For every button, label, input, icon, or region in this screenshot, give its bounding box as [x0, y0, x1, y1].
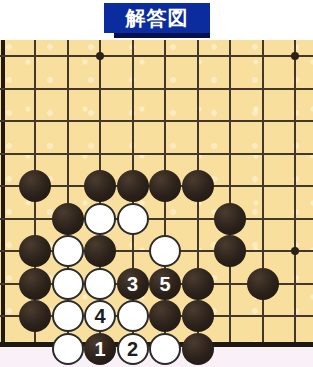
board-intersection: 4 [84, 300, 117, 333]
black-stone: 3 [117, 268, 149, 300]
board-intersection [51, 300, 84, 333]
board-intersection [246, 72, 279, 105]
board-intersection [149, 137, 182, 170]
board-intersection [149, 235, 182, 268]
board-intersection [51, 333, 84, 366]
board-intersection [19, 268, 52, 301]
board-intersection [181, 235, 214, 268]
board-intersection [0, 72, 19, 105]
board-intersection [181, 202, 214, 235]
board-intersection [279, 137, 312, 170]
black-stone: 5 [149, 268, 181, 300]
white-stone [117, 203, 149, 235]
board-intersection [19, 72, 52, 105]
board-intersection [214, 235, 247, 268]
board-intersection [214, 72, 247, 105]
board-intersection [279, 105, 312, 138]
white-stone [52, 235, 84, 267]
board-intersection [246, 202, 279, 235]
board-intersection [116, 72, 149, 105]
board-intersection [19, 235, 52, 268]
black-stone [84, 170, 116, 202]
board-intersection [51, 40, 84, 73]
board-intersection [51, 137, 84, 170]
board-intersection [0, 202, 19, 235]
black-stone [214, 235, 246, 267]
board-intersection [0, 300, 19, 333]
black-stone [214, 203, 246, 235]
black-stone [19, 235, 51, 267]
board-intersection [181, 170, 214, 203]
board-intersection [181, 333, 214, 366]
board-intersection: 2 [116, 333, 149, 366]
board-intersection [181, 268, 214, 301]
board-intersection [19, 40, 52, 73]
board-intersection [149, 72, 182, 105]
board-intersection: 1 [84, 333, 117, 366]
black-stone [182, 268, 214, 300]
board-intersection [246, 105, 279, 138]
board-intersection [84, 40, 117, 73]
white-stone: 2 [117, 333, 149, 365]
black-stone: 1 [84, 333, 116, 365]
black-stone [247, 268, 279, 300]
move-number-label: 3 [127, 274, 138, 294]
board-intersection [116, 300, 149, 333]
board-intersection [19, 137, 52, 170]
hoshi-star-point [291, 247, 299, 255]
board-intersection [0, 137, 19, 170]
board-intersection [51, 72, 84, 105]
board-intersection [84, 72, 117, 105]
white-stone [117, 300, 149, 332]
board-intersection [116, 170, 149, 203]
board-intersection [181, 137, 214, 170]
board-intersection [246, 235, 279, 268]
board-intersection [279, 202, 312, 235]
board-intersection: 3 [116, 268, 149, 301]
board-intersection [149, 40, 182, 73]
board-intersection [279, 268, 312, 301]
board-intersection [116, 40, 149, 73]
board-intersection [246, 170, 279, 203]
board-intersection [51, 268, 84, 301]
board-intersection [116, 105, 149, 138]
board-intersection [19, 105, 52, 138]
board-intersection [149, 105, 182, 138]
board-intersection [19, 300, 52, 333]
board-intersection [0, 268, 19, 301]
board-intersection [214, 105, 247, 138]
board-intersection [214, 170, 247, 203]
board-intersection [0, 170, 19, 203]
board-intersection [181, 105, 214, 138]
board-intersection [19, 333, 52, 366]
board-intersection [84, 170, 117, 203]
board-intersection [279, 40, 312, 73]
board-intersection [149, 202, 182, 235]
move-number-label: 4 [94, 306, 105, 326]
board-intersection [0, 40, 19, 73]
board-intersection [0, 105, 19, 138]
board-intersection [214, 137, 247, 170]
board-intersection [84, 105, 117, 138]
board-intersection [279, 300, 312, 333]
board-intersection [279, 72, 312, 105]
board-intersection [116, 137, 149, 170]
board-intersection [84, 137, 117, 170]
board-intersection [51, 202, 84, 235]
board-intersection: 5 [149, 268, 182, 301]
board-intersection [214, 333, 247, 366]
white-stone [52, 300, 84, 332]
hoshi-star-point [96, 52, 104, 60]
board-intersection [181, 300, 214, 333]
board-intersection [279, 235, 312, 268]
board-grid: 35412 [0, 40, 311, 365]
title-banner-shadow [114, 33, 210, 38]
white-stone [52, 333, 84, 365]
black-stone [149, 170, 181, 202]
board-intersection [51, 235, 84, 268]
board-intersection [51, 105, 84, 138]
title-banner: 解答図 [104, 3, 210, 33]
board-intersection [246, 333, 279, 366]
board-intersection [246, 300, 279, 333]
board-intersection [19, 202, 52, 235]
move-number-label: 1 [94, 339, 105, 359]
white-stone [84, 268, 116, 300]
board-intersection [0, 333, 19, 366]
board-intersection [51, 170, 84, 203]
white-stone [149, 333, 181, 365]
page: 解答図 35412 [0, 0, 313, 367]
board-intersection [149, 300, 182, 333]
board-intersection [84, 235, 117, 268]
board-intersection [214, 40, 247, 73]
board-intersection [181, 72, 214, 105]
board-intersection [149, 170, 182, 203]
black-stone [149, 300, 181, 332]
board-intersection [246, 268, 279, 301]
black-stone [117, 170, 149, 202]
white-stone [84, 203, 116, 235]
black-stone [182, 300, 214, 332]
board-intersection [214, 300, 247, 333]
black-stone [52, 203, 84, 235]
white-stone [52, 268, 84, 300]
black-stone [19, 300, 51, 332]
board-intersection [181, 40, 214, 73]
board-intersection [19, 170, 52, 203]
black-stone [182, 333, 214, 365]
black-stone [19, 170, 51, 202]
move-number-label: 2 [127, 339, 138, 359]
board-intersection [149, 333, 182, 366]
board-intersection [0, 235, 19, 268]
black-stone [84, 235, 116, 267]
hoshi-star-point [291, 52, 299, 60]
board-intersection [116, 202, 149, 235]
board-intersection [84, 268, 117, 301]
white-stone: 4 [84, 300, 116, 332]
board-intersection [279, 333, 312, 366]
white-stone [149, 235, 181, 267]
page-title: 解答図 [126, 5, 189, 32]
board-intersection [279, 170, 312, 203]
board-intersection [84, 202, 117, 235]
move-number-label: 5 [159, 274, 170, 294]
board-intersection [214, 202, 247, 235]
board-intersection [246, 40, 279, 73]
black-stone [19, 268, 51, 300]
black-stone [182, 170, 214, 202]
board-intersection [214, 268, 247, 301]
board-intersection [116, 235, 149, 268]
board-intersection [246, 137, 279, 170]
